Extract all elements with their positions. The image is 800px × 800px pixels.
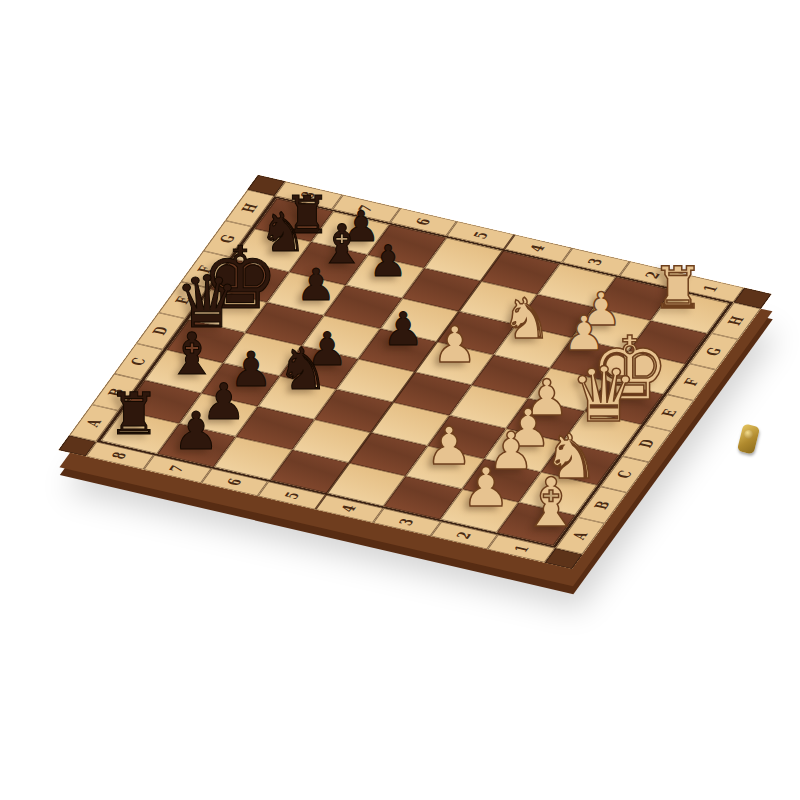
chessboard: ABCDEFGH 87654321 87654321 ABCDEFGH [59, 175, 772, 569]
board-grid [96, 196, 733, 548]
brass-clasp-icon [737, 423, 760, 454]
product-photo: ABCDEFGH 87654321 87654321 ABCDEFGH ♜♟♞♝… [0, 0, 800, 800]
